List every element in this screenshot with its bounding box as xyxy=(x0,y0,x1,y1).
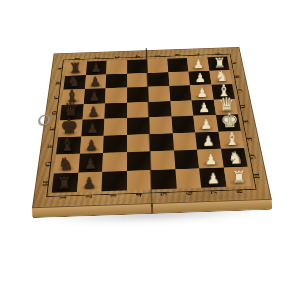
black-pawn[interactable]: ♟ xyxy=(83,90,105,103)
square-C3[interactable] xyxy=(105,88,127,104)
square-C4[interactable] xyxy=(127,87,149,103)
square-B2[interactable]: ♟ xyxy=(85,74,107,89)
square-C7[interactable]: ♟ xyxy=(190,85,213,101)
square-G3[interactable] xyxy=(102,152,126,171)
black-pawn[interactable]: ♟ xyxy=(78,156,103,171)
square-G4[interactable] xyxy=(126,151,150,170)
square-H1[interactable]: ♜ xyxy=(52,172,78,193)
square-E6[interactable] xyxy=(171,116,195,133)
white-pawn[interactable]: ♟ xyxy=(189,72,211,85)
square-F4[interactable] xyxy=(127,134,151,152)
square-F6[interactable] xyxy=(172,132,197,150)
square-C6[interactable] xyxy=(169,85,192,101)
square-E7[interactable]: ♟ xyxy=(193,115,218,132)
corner-bottom-right xyxy=(251,185,266,196)
black-bishop[interactable]: ♝ xyxy=(55,136,79,154)
square-H7[interactable]: ♟ xyxy=(199,167,226,187)
square-A4[interactable] xyxy=(127,59,148,73)
square-C2[interactable]: ♟ xyxy=(83,88,105,104)
black-pawn[interactable]: ♟ xyxy=(79,138,103,153)
black-knight[interactable]: ♞ xyxy=(53,154,78,172)
black-pawn[interactable]: ♟ xyxy=(82,105,105,119)
square-B5[interactable] xyxy=(147,72,169,87)
chess-board: 12345678A♜♟♟♜AB♞♟♟♞BC♝♟♟♝CD♛♟♟♛DE♚♟♟♚EF♝… xyxy=(32,47,272,208)
coord-bottom-6: 6 xyxy=(182,183,197,204)
black-pawn[interactable]: ♟ xyxy=(85,62,106,75)
square-F8[interactable]: ♝ xyxy=(218,131,244,149)
square-D5[interactable] xyxy=(148,101,171,117)
white-bishop[interactable]: ♝ xyxy=(220,130,244,148)
square-G7[interactable]: ♟ xyxy=(197,149,223,168)
white-pawn[interactable]: ♟ xyxy=(188,58,209,71)
white-knight[interactable]: ♞ xyxy=(223,149,248,167)
square-A5[interactable] xyxy=(147,59,168,73)
square-E5[interactable] xyxy=(149,117,172,134)
square-B6[interactable] xyxy=(168,71,190,86)
black-pawn[interactable]: ♟ xyxy=(76,176,101,192)
square-F2[interactable]: ♟ xyxy=(80,135,104,153)
square-H5[interactable] xyxy=(151,169,177,189)
board-frame: 12345678A♜♟♟♜AB♞♟♟♞BC♝♟♟♝CD♛♟♟♛DE♚♟♟♚EF♝… xyxy=(32,47,272,208)
square-E2[interactable]: ♟ xyxy=(81,119,105,136)
white-pawn[interactable]: ♟ xyxy=(196,134,220,149)
black-pawn[interactable]: ♟ xyxy=(80,121,103,135)
white-pawn[interactable]: ♟ xyxy=(199,152,224,167)
square-G8[interactable]: ♞ xyxy=(221,148,248,167)
coord-bottom-4: 4 xyxy=(133,185,146,206)
coord-bottom-3: 3 xyxy=(107,186,120,207)
square-H6[interactable] xyxy=(175,168,201,188)
square-B7[interactable]: ♟ xyxy=(188,71,211,86)
square-B4[interactable] xyxy=(127,73,148,88)
photo-canvas: 12345678A♜♟♟♜AB♞♟♟♞BC♝♟♟♝CD♛♟♟♛DE♚♟♟♚EF♝… xyxy=(0,0,300,300)
square-G1[interactable]: ♞ xyxy=(54,154,80,173)
square-H4[interactable] xyxy=(126,170,151,190)
square-H8[interactable]: ♜ xyxy=(223,166,251,186)
square-D2[interactable]: ♟ xyxy=(82,103,105,119)
corner-bottom-left xyxy=(38,193,52,204)
white-pawn[interactable]: ♟ xyxy=(201,171,226,187)
square-C5[interactable] xyxy=(148,86,170,102)
square-D4[interactable] xyxy=(127,102,149,118)
square-A3[interactable] xyxy=(106,60,127,74)
square-A6[interactable] xyxy=(167,58,189,72)
square-A7[interactable]: ♟ xyxy=(187,57,209,71)
square-F5[interactable] xyxy=(149,133,173,151)
square-G5[interactable] xyxy=(150,150,175,169)
white-rook[interactable]: ♜ xyxy=(225,169,250,186)
square-F1[interactable]: ♝ xyxy=(56,136,81,154)
black-rook[interactable]: ♜ xyxy=(51,175,76,192)
black-pawn[interactable]: ♟ xyxy=(84,75,106,88)
white-pawn[interactable]: ♟ xyxy=(191,86,213,99)
square-F7[interactable]: ♟ xyxy=(195,131,220,149)
square-B3[interactable] xyxy=(106,73,127,88)
square-A2[interactable]: ♟ xyxy=(86,61,107,75)
square-D6[interactable] xyxy=(170,100,193,116)
square-F3[interactable] xyxy=(103,135,127,153)
board-perspective: 12345678A♜♟♟♜AB♞♟♟♞BC♝♟♟♝CD♛♟♟♛DE♚♟♟♚EF♝… xyxy=(24,0,272,208)
square-G6[interactable] xyxy=(174,150,200,169)
white-pawn[interactable]: ♟ xyxy=(195,117,218,131)
square-D7[interactable]: ♟ xyxy=(192,99,216,115)
square-H2[interactable]: ♟ xyxy=(77,171,103,192)
board-tilt-wrapper: 12345678A♜♟♟♜AB♞♟♟♞BC♝♟♟♝CD♛♟♟♛DE♚♟♟♚EF♝… xyxy=(0,0,300,300)
square-G2[interactable]: ♟ xyxy=(78,153,103,172)
square-E3[interactable] xyxy=(104,118,127,135)
square-E4[interactable] xyxy=(127,117,150,134)
white-pawn[interactable]: ♟ xyxy=(193,101,216,115)
coord-bottom-5: 5 xyxy=(157,184,171,205)
square-D3[interactable] xyxy=(104,102,126,118)
